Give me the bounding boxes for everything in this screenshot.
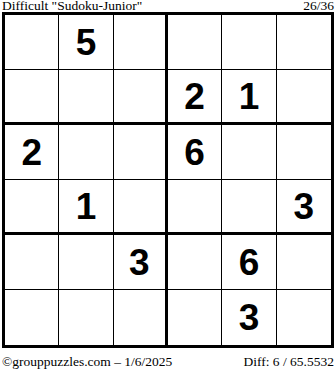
sudoku-grid: 5212613363: [2, 12, 334, 348]
cell-r2c4-given: 2: [168, 70, 222, 125]
cell-r3c4-given: 6: [168, 125, 222, 180]
cell-r5c1-empty[interactable]: [5, 235, 59, 290]
cell-r2c6-empty[interactable]: [277, 70, 331, 125]
cell-r2c1-empty[interactable]: [5, 70, 59, 125]
puzzle-counter: 26/36: [303, 0, 334, 12]
cell-r2c5-given: 1: [222, 70, 276, 125]
puzzle-title: Difficult "Sudoku-Junior": [2, 0, 142, 12]
cell-r6c5-given: 3: [222, 290, 276, 345]
cell-r1c1-empty[interactable]: [5, 15, 59, 70]
cell-r6c2-empty[interactable]: [59, 290, 113, 345]
cell-r1c4-empty[interactable]: [168, 15, 222, 70]
cell-r5c3-given: 3: [114, 235, 168, 290]
cell-r6c6-empty[interactable]: [277, 290, 331, 345]
cell-r4c4-empty[interactable]: [168, 180, 222, 235]
page-header: Difficult "Sudoku-Junior" 26/36: [2, 0, 334, 12]
cell-r1c5-empty[interactable]: [222, 15, 276, 70]
cell-r4c2-given: 1: [59, 180, 113, 235]
cell-r4c5-empty[interactable]: [222, 180, 276, 235]
cell-r5c4-empty[interactable]: [168, 235, 222, 290]
cell-r5c2-empty[interactable]: [59, 235, 113, 290]
cell-r5c6-empty[interactable]: [277, 235, 331, 290]
cell-r3c5-empty[interactable]: [222, 125, 276, 180]
cell-r5c5-given: 6: [222, 235, 276, 290]
cell-r3c2-empty[interactable]: [59, 125, 113, 180]
cell-r6c1-empty[interactable]: [5, 290, 59, 345]
cell-r6c4-empty[interactable]: [168, 290, 222, 345]
cell-r1c2-given: 5: [59, 15, 113, 70]
page-footer: ©grouppuzzles.com – 1/6/2025 Diff: 6 / 6…: [2, 355, 334, 369]
cell-r4c6-given: 3: [277, 180, 331, 235]
difficulty-label: Diff: 6 / 65.5532: [244, 355, 335, 369]
cell-r2c2-empty[interactable]: [59, 70, 113, 125]
cell-r4c1-empty[interactable]: [5, 180, 59, 235]
cell-r1c6-empty[interactable]: [277, 15, 331, 70]
cell-r3c1-given: 2: [5, 125, 59, 180]
cell-r3c6-empty[interactable]: [277, 125, 331, 180]
credit-line: ©grouppuzzles.com – 1/6/2025: [2, 355, 172, 369]
cell-r6c3-empty[interactable]: [114, 290, 168, 345]
cell-r2c3-empty[interactable]: [114, 70, 168, 125]
cell-r4c3-empty[interactable]: [114, 180, 168, 235]
cell-r1c3-empty[interactable]: [114, 15, 168, 70]
cell-r3c3-empty[interactable]: [114, 125, 168, 180]
